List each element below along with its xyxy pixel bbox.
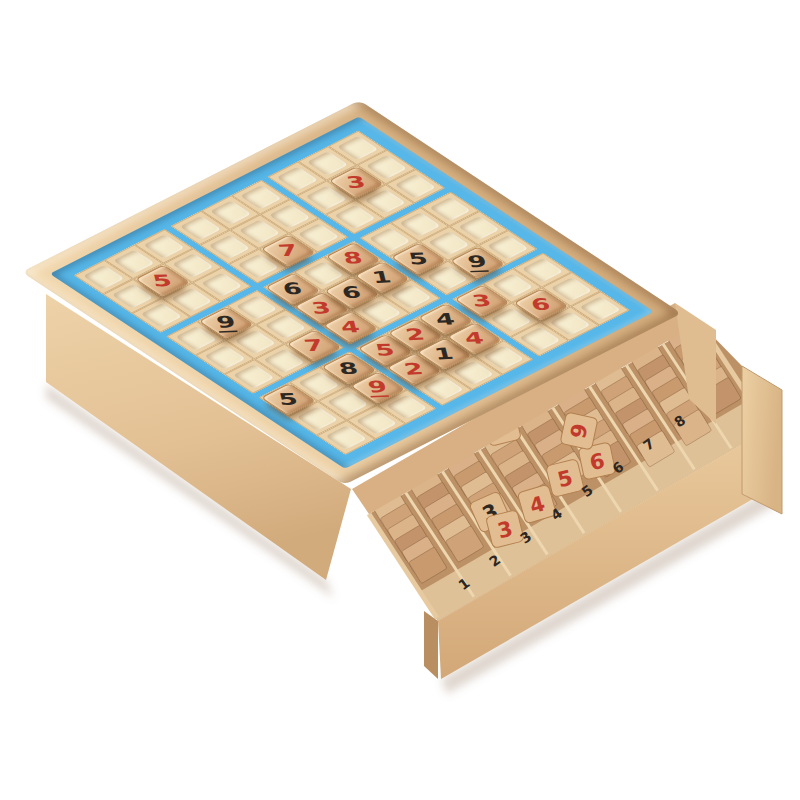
drawer-loose-tile-3[interactable]: 3 xyxy=(486,510,525,549)
tile-digit: 3 xyxy=(310,300,333,317)
tile-digit: 3 xyxy=(345,174,368,191)
drawer-left-end xyxy=(424,611,438,679)
tile-digit: 9 xyxy=(215,314,238,333)
tile-digit: 8 xyxy=(342,250,365,267)
tile-digit: 2 xyxy=(403,361,426,378)
tile-digit: 7 xyxy=(303,337,326,354)
tile-digit: 6 xyxy=(341,284,364,301)
tile-digit: 4 xyxy=(434,311,457,328)
tile-digit: 6 xyxy=(530,296,553,313)
tile-digit: 2 xyxy=(404,327,427,344)
tile-digit: 3 xyxy=(471,293,494,310)
tile-digit: 5 xyxy=(151,273,174,290)
tile-digit: 1 xyxy=(371,269,394,286)
tile-digit: 8 xyxy=(338,360,361,377)
tile-digit: 4 xyxy=(339,319,362,336)
tile-digit: 5 xyxy=(407,251,430,268)
drawer-right-end-plate xyxy=(742,366,782,514)
tile-digit: 9 xyxy=(366,378,389,397)
tile-digit: 7 xyxy=(277,242,300,259)
tile-digit: 6 xyxy=(281,281,304,298)
drawer-loose-tile-6[interactable]: 6 xyxy=(560,412,598,450)
tile-digit: 5 xyxy=(374,342,397,359)
scene: 3345656 123456789 5739768361459589524214… xyxy=(0,0,800,800)
drawer-loose-tile-5[interactable]: 5 xyxy=(546,459,585,498)
tile-digit: 4 xyxy=(463,330,486,347)
tile-digit: 5 xyxy=(277,391,300,408)
tile-digit: 1 xyxy=(433,346,456,363)
tile-digit: 9 xyxy=(466,253,489,272)
